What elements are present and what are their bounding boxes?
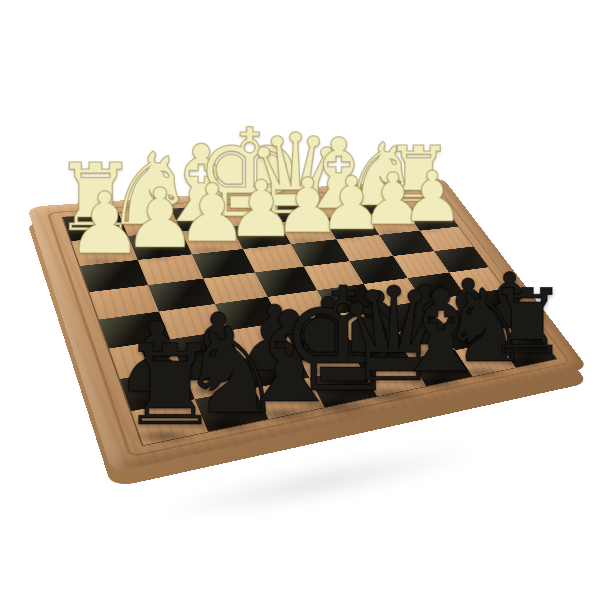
chessboard-squares bbox=[63, 189, 557, 445]
chess-set-product-photo: ♜♞♝♚♛♝♞♜♟♟♟♟♟♟♟♟♟♟♟♟♟♟♟♟♜♞♝♚♛♝♞♜ bbox=[0, 0, 600, 600]
